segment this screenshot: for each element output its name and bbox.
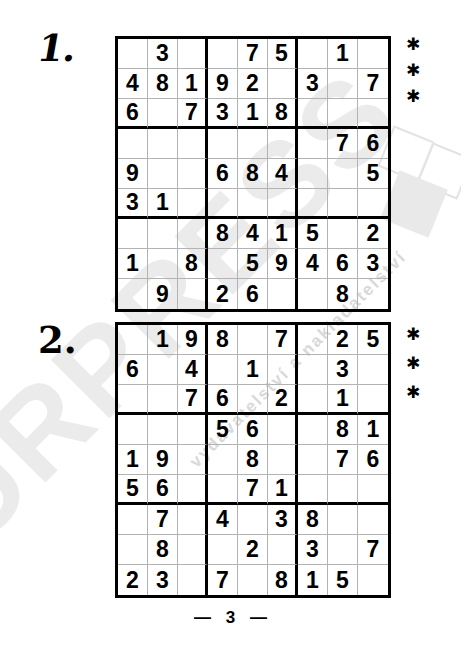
cell-r7c3 <box>178 219 208 249</box>
cell-r3c6: 2 <box>268 385 298 415</box>
cell-r3c4: 3 <box>208 99 238 129</box>
cell-r2c7: 3 <box>298 69 328 99</box>
difficulty-star-icon: ✱ <box>402 378 424 407</box>
cell-r3c8 <box>328 99 358 129</box>
cell-r3c2 <box>148 385 178 415</box>
cell-r7c9: 2 <box>358 219 388 249</box>
cell-r3c5 <box>238 385 268 415</box>
cell-r5c5: 8 <box>238 159 268 189</box>
cell-r2c4: 9 <box>208 69 238 99</box>
cell-r1c1 <box>118 39 148 69</box>
cell-r6c7 <box>298 475 328 505</box>
sudoku-grid-2: 1987256413762156811987656717438823723781… <box>115 322 391 598</box>
cell-r2c6 <box>268 69 298 99</box>
cell-r7c1 <box>118 505 148 535</box>
cell-r2c8: 3 <box>328 355 358 385</box>
cell-r1c4 <box>208 39 238 69</box>
cell-r9c6: 8 <box>268 565 298 595</box>
cell-r8c5: 2 <box>238 535 268 565</box>
cell-r9c7: 1 <box>298 565 328 595</box>
cell-r6c9 <box>358 189 388 219</box>
cell-r1c2: 3 <box>148 39 178 69</box>
cell-r5c1: 9 <box>118 159 148 189</box>
cell-r9c1: 2 <box>118 565 148 595</box>
cell-r7c8 <box>328 505 358 535</box>
cell-r8c4 <box>208 535 238 565</box>
cell-r4c2 <box>148 129 178 159</box>
cell-r5c2: 9 <box>148 445 178 475</box>
cell-r9c9 <box>358 565 388 595</box>
cell-r7c7: 8 <box>298 505 328 535</box>
cell-r9c5: 6 <box>238 279 268 309</box>
cell-r1c8: 2 <box>328 325 358 355</box>
cell-r7c4: 8 <box>208 219 238 249</box>
cell-r4c2 <box>148 415 178 445</box>
cell-r6c4 <box>208 189 238 219</box>
cell-r6c5 <box>238 189 268 219</box>
cell-r8c9: 3 <box>358 249 388 279</box>
cell-r3c4: 6 <box>208 385 238 415</box>
cell-r4c5 <box>238 129 268 159</box>
cell-r2c6 <box>268 355 298 385</box>
cell-r2c2: 8 <box>148 69 178 99</box>
cell-r8c2: 8 <box>148 535 178 565</box>
cell-r5c5: 8 <box>238 445 268 475</box>
cell-r5c7 <box>298 445 328 475</box>
cell-r9c4: 2 <box>208 279 238 309</box>
difficulty-star-icon: ✱ <box>402 83 424 109</box>
cell-r6c3 <box>178 189 208 219</box>
cell-r9c2: 3 <box>148 565 178 595</box>
cell-r7c3 <box>178 505 208 535</box>
cell-r6c1: 5 <box>118 475 148 505</box>
cell-r3c9 <box>358 385 388 415</box>
cell-r9c8: 5 <box>328 565 358 595</box>
cell-r8c9: 7 <box>358 535 388 565</box>
cell-r7c6: 3 <box>268 505 298 535</box>
cell-r8c6 <box>268 535 298 565</box>
cell-r8c3 <box>178 535 208 565</box>
cell-r2c4 <box>208 355 238 385</box>
cell-r6c8 <box>328 475 358 505</box>
difficulty-star-icon: ✱ <box>402 320 424 349</box>
cell-r5c1: 1 <box>118 445 148 475</box>
cell-r8c7: 4 <box>298 249 328 279</box>
cell-r2c5: 1 <box>238 355 268 385</box>
cell-r6c6 <box>268 189 298 219</box>
cell-r2c3: 1 <box>178 69 208 99</box>
cell-r8c2 <box>148 249 178 279</box>
cell-r5c9: 6 <box>358 445 388 475</box>
cell-r9c8: 8 <box>328 279 358 309</box>
cell-r3c6: 8 <box>268 99 298 129</box>
cell-r1c9: 5 <box>358 325 388 355</box>
cell-r9c1 <box>118 279 148 309</box>
cell-r1c5 <box>238 325 268 355</box>
cell-r6c3 <box>178 475 208 505</box>
cell-r1c8: 1 <box>328 39 358 69</box>
cell-r5c3 <box>178 445 208 475</box>
cell-r5c3 <box>178 159 208 189</box>
cell-r4c8: 7 <box>328 129 358 159</box>
cell-r8c1 <box>118 535 148 565</box>
cell-r6c1: 3 <box>118 189 148 219</box>
cell-r7c5: 4 <box>238 219 268 249</box>
cell-r1c7 <box>298 39 328 69</box>
cell-r4c6 <box>268 129 298 159</box>
cell-r1c3: 9 <box>178 325 208 355</box>
difficulty-star-icon: ✱ <box>402 31 424 57</box>
cell-r3c9 <box>358 99 388 129</box>
cell-r4c5: 6 <box>238 415 268 445</box>
cell-r3c5: 1 <box>238 99 268 129</box>
cell-r4c4 <box>208 129 238 159</box>
difficulty-star-icon: ✱ <box>402 57 424 83</box>
puzzle-2-label: 2. <box>38 322 77 359</box>
page-number: — 3 — <box>0 608 461 628</box>
cell-r3c3: 7 <box>178 99 208 129</box>
cell-r5c7 <box>298 159 328 189</box>
cell-r2c8 <box>328 69 358 99</box>
cell-r4c4: 5 <box>208 415 238 445</box>
cell-r5c4: 6 <box>208 159 238 189</box>
cell-r3c2 <box>148 99 178 129</box>
cell-r9c6 <box>268 279 298 309</box>
cell-r6c4 <box>208 475 238 505</box>
cell-r8c7: 3 <box>298 535 328 565</box>
cell-r9c3 <box>178 279 208 309</box>
cell-r8c4 <box>208 249 238 279</box>
cell-r7c6: 1 <box>268 219 298 249</box>
cell-r6c7 <box>298 189 328 219</box>
cell-r8c3: 8 <box>178 249 208 279</box>
cell-r5c6: 4 <box>268 159 298 189</box>
cell-r1c4: 8 <box>208 325 238 355</box>
cell-r1c7 <box>298 325 328 355</box>
cell-r8c1: 1 <box>118 249 148 279</box>
cell-r2c1: 6 <box>118 355 148 385</box>
difficulty-star-icon: ✱ <box>402 349 424 378</box>
cell-r7c2: 7 <box>148 505 178 535</box>
cell-r8c8 <box>328 535 358 565</box>
cell-r1c3 <box>178 39 208 69</box>
cell-r9c3 <box>178 565 208 595</box>
cell-r6c8 <box>328 189 358 219</box>
cell-r8c6: 9 <box>268 249 298 279</box>
sudoku-grid-1: 3751481923767318769684531841521859463926… <box>115 36 391 312</box>
cell-r5c8 <box>328 159 358 189</box>
cell-r9c5 <box>238 565 268 595</box>
cell-r4c9: 6 <box>358 129 388 159</box>
cell-r2c5: 2 <box>238 69 268 99</box>
cell-r4c6 <box>268 415 298 445</box>
puzzle-1-label: 1. <box>35 30 80 67</box>
puzzle-page: { "game": "sudoku", "page": { "footer_te… <box>0 0 461 654</box>
cell-r3c1 <box>118 385 148 415</box>
cell-r7c9 <box>358 505 388 535</box>
cell-r1c9 <box>358 39 388 69</box>
cell-r1c5: 7 <box>238 39 268 69</box>
cell-r8c5: 5 <box>238 249 268 279</box>
cell-r9c7 <box>298 279 328 309</box>
cell-r6c9 <box>358 475 388 505</box>
cell-r1c6: 7 <box>268 325 298 355</box>
cell-r3c3: 7 <box>178 385 208 415</box>
cell-r9c4: 7 <box>208 565 238 595</box>
difficulty-stars-1: ✱✱✱ <box>402 31 424 109</box>
cell-r4c3 <box>178 415 208 445</box>
cell-r5c4 <box>208 445 238 475</box>
cell-r3c8: 1 <box>328 385 358 415</box>
cell-r8c8: 6 <box>328 249 358 279</box>
cell-r7c8 <box>328 219 358 249</box>
cell-r1c1 <box>118 325 148 355</box>
cell-r6c2: 6 <box>148 475 178 505</box>
cell-r4c3 <box>178 129 208 159</box>
cell-r3c7 <box>298 99 328 129</box>
cell-r7c4: 4 <box>208 505 238 535</box>
cell-r6c2: 1 <box>148 189 178 219</box>
cell-r5c8: 7 <box>328 445 358 475</box>
cell-r4c9: 1 <box>358 415 388 445</box>
cell-r7c7: 5 <box>298 219 328 249</box>
cell-r9c9 <box>358 279 388 309</box>
cell-r2c9: 7 <box>358 69 388 99</box>
cell-r6c6: 1 <box>268 475 298 505</box>
cell-r1c6: 5 <box>268 39 298 69</box>
cell-r4c8: 8 <box>328 415 358 445</box>
cell-r5c9: 5 <box>358 159 388 189</box>
cell-r5c2 <box>148 159 178 189</box>
cell-r4c1 <box>118 415 148 445</box>
cell-r4c7 <box>298 129 328 159</box>
cell-r5c6 <box>268 445 298 475</box>
cell-r7c5 <box>238 505 268 535</box>
cell-r2c1: 4 <box>118 69 148 99</box>
cell-r4c7 <box>298 415 328 445</box>
cell-r4c1 <box>118 129 148 159</box>
cell-r1c2: 1 <box>148 325 178 355</box>
difficulty-stars-2: ✱✱✱ <box>402 320 424 407</box>
cell-r2c7 <box>298 355 328 385</box>
cell-r3c7 <box>298 385 328 415</box>
cell-r7c1 <box>118 219 148 249</box>
cell-r3c1: 6 <box>118 99 148 129</box>
cell-r7c2 <box>148 219 178 249</box>
cell-r6c5: 7 <box>238 475 268 505</box>
cell-r2c2 <box>148 355 178 385</box>
cell-r2c3: 4 <box>178 355 208 385</box>
cell-r9c2: 9 <box>148 279 178 309</box>
cell-r2c9 <box>358 355 388 385</box>
